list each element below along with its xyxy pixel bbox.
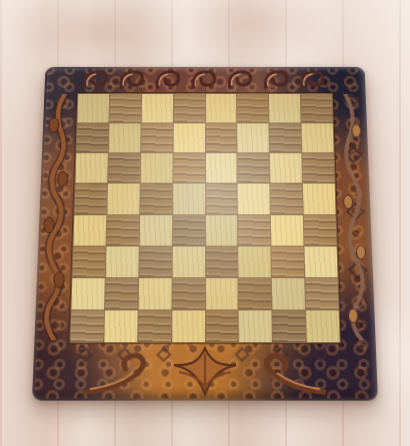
square-f1[interactable] bbox=[239, 310, 272, 342]
square-h2[interactable] bbox=[305, 278, 338, 309]
square-d1[interactable] bbox=[172, 310, 205, 342]
square-c6[interactable] bbox=[140, 154, 172, 183]
square-e5[interactable] bbox=[205, 184, 237, 214]
square-b1[interactable] bbox=[104, 310, 137, 342]
square-a1[interactable] bbox=[70, 310, 104, 342]
square-e1[interactable] bbox=[206, 310, 239, 342]
square-g6[interactable] bbox=[270, 154, 302, 183]
square-g3[interactable] bbox=[272, 246, 305, 277]
square-g1[interactable] bbox=[273, 310, 306, 342]
square-b8[interactable] bbox=[109, 94, 141, 123]
square-h8[interactable] bbox=[301, 94, 333, 123]
square-g8[interactable] bbox=[269, 94, 301, 123]
square-e2[interactable] bbox=[206, 278, 239, 309]
square-h5[interactable] bbox=[303, 184, 335, 214]
square-c8[interactable] bbox=[141, 94, 172, 123]
square-e8[interactable] bbox=[205, 94, 236, 123]
square-c3[interactable] bbox=[139, 246, 172, 277]
photo-scene bbox=[0, 0, 410, 446]
square-c5[interactable] bbox=[140, 184, 172, 214]
square-a6[interactable] bbox=[75, 154, 107, 183]
square-a3[interactable] bbox=[72, 246, 105, 277]
square-c2[interactable] bbox=[138, 278, 171, 309]
square-d3[interactable] bbox=[172, 246, 204, 277]
square-d8[interactable] bbox=[173, 94, 204, 123]
square-d6[interactable] bbox=[173, 154, 205, 183]
square-g4[interactable] bbox=[271, 215, 304, 245]
square-g2[interactable] bbox=[272, 278, 305, 309]
square-d5[interactable] bbox=[173, 184, 205, 214]
square-h6[interactable] bbox=[302, 154, 334, 183]
square-d4[interactable] bbox=[172, 215, 204, 245]
square-g7[interactable] bbox=[270, 124, 302, 153]
square-g5[interactable] bbox=[271, 184, 303, 214]
square-b4[interactable] bbox=[106, 215, 139, 245]
square-a7[interactable] bbox=[76, 124, 108, 153]
square-b6[interactable] bbox=[108, 154, 140, 183]
square-f2[interactable] bbox=[239, 278, 272, 309]
square-h1[interactable] bbox=[306, 310, 340, 342]
square-h7[interactable] bbox=[302, 124, 334, 153]
square-c4[interactable] bbox=[139, 215, 171, 245]
square-c1[interactable] bbox=[138, 310, 171, 342]
square-d7[interactable] bbox=[173, 124, 204, 153]
square-f3[interactable] bbox=[239, 246, 272, 277]
square-b7[interactable] bbox=[109, 124, 141, 153]
square-e6[interactable] bbox=[205, 154, 237, 183]
square-h4[interactable] bbox=[304, 215, 337, 245]
square-b3[interactable] bbox=[106, 246, 139, 277]
square-f8[interactable] bbox=[237, 94, 268, 123]
square-e7[interactable] bbox=[205, 124, 236, 153]
square-c7[interactable] bbox=[141, 124, 173, 153]
square-a8[interactable] bbox=[77, 94, 109, 123]
chess-box bbox=[32, 67, 378, 401]
square-f4[interactable] bbox=[238, 215, 270, 245]
square-h3[interactable] bbox=[305, 246, 338, 277]
square-b5[interactable] bbox=[107, 184, 139, 214]
square-f7[interactable] bbox=[238, 124, 270, 153]
square-a5[interactable] bbox=[74, 184, 106, 214]
square-e3[interactable] bbox=[206, 246, 238, 277]
square-e4[interactable] bbox=[205, 215, 237, 245]
square-f6[interactable] bbox=[238, 154, 270, 183]
square-a2[interactable] bbox=[71, 278, 104, 309]
chess-board[interactable] bbox=[69, 93, 340, 343]
square-d2[interactable] bbox=[172, 278, 205, 309]
square-f5[interactable] bbox=[238, 184, 270, 214]
square-a4[interactable] bbox=[73, 215, 106, 245]
square-b2[interactable] bbox=[105, 278, 138, 309]
